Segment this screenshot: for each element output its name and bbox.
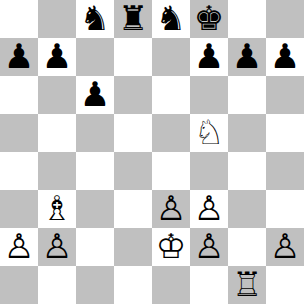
square-b4[interactable] — [38, 152, 76, 190]
black-knight-icon[interactable]: ♞ — [80, 0, 110, 37]
black-king-icon[interactable]: ♚ — [194, 0, 224, 37]
square-b3[interactable]: ♗ — [38, 190, 76, 228]
square-e1[interactable] — [152, 266, 190, 304]
square-b2[interactable]: ♙ — [38, 228, 76, 266]
square-c1[interactable] — [76, 266, 114, 304]
square-g3[interactable] — [228, 190, 266, 228]
square-f8[interactable]: ♚ — [190, 0, 228, 38]
square-a5[interactable] — [0, 114, 38, 152]
square-c2[interactable] — [76, 228, 114, 266]
square-f3[interactable]: ♙ — [190, 190, 228, 228]
chess-board: ♞♜♞♚♟♟♟♟♟♟♘♗♙♙♙♙♔♙♙♖ — [0, 0, 304, 304]
square-d4[interactable] — [114, 152, 152, 190]
square-b8[interactable] — [38, 0, 76, 38]
square-c6[interactable]: ♟ — [76, 76, 114, 114]
square-h3[interactable] — [266, 190, 304, 228]
square-h4[interactable] — [266, 152, 304, 190]
black-pawn-icon[interactable]: ♟ — [4, 37, 34, 75]
black-pawn-icon[interactable]: ♟ — [42, 37, 72, 75]
black-pawn-icon[interactable]: ♟ — [80, 75, 110, 113]
square-f6[interactable] — [190, 76, 228, 114]
square-a8[interactable] — [0, 0, 38, 38]
square-a7[interactable]: ♟ — [0, 38, 38, 76]
square-c8[interactable]: ♞ — [76, 0, 114, 38]
white-pawn-icon[interactable]: ♙ — [4, 227, 34, 265]
square-c7[interactable] — [76, 38, 114, 76]
square-g6[interactable] — [228, 76, 266, 114]
square-e8[interactable]: ♞ — [152, 0, 190, 38]
square-f2[interactable]: ♙ — [190, 228, 228, 266]
square-d5[interactable] — [114, 114, 152, 152]
square-d2[interactable] — [114, 228, 152, 266]
square-f1[interactable] — [190, 266, 228, 304]
square-b5[interactable] — [38, 114, 76, 152]
square-d3[interactable] — [114, 190, 152, 228]
black-pawn-icon[interactable]: ♟ — [232, 37, 262, 75]
black-pawn-icon[interactable]: ♟ — [194, 37, 224, 75]
square-e7[interactable] — [152, 38, 190, 76]
black-rook-icon[interactable]: ♜ — [118, 0, 148, 37]
square-d6[interactable] — [114, 76, 152, 114]
square-d8[interactable]: ♜ — [114, 0, 152, 38]
black-knight-icon[interactable]: ♞ — [156, 0, 186, 37]
white-bishop-icon[interactable]: ♗ — [42, 189, 72, 227]
square-h8[interactable] — [266, 0, 304, 38]
square-e3[interactable]: ♙ — [152, 190, 190, 228]
white-pawn-icon[interactable]: ♙ — [156, 189, 186, 227]
white-rook-icon[interactable]: ♖ — [232, 265, 262, 303]
white-pawn-icon[interactable]: ♙ — [194, 227, 224, 265]
square-c3[interactable] — [76, 190, 114, 228]
square-a3[interactable] — [0, 190, 38, 228]
square-g2[interactable] — [228, 228, 266, 266]
white-pawn-icon[interactable]: ♙ — [194, 189, 224, 227]
square-b7[interactable]: ♟ — [38, 38, 76, 76]
square-c5[interactable] — [76, 114, 114, 152]
square-a2[interactable]: ♙ — [0, 228, 38, 266]
square-h2[interactable]: ♙ — [266, 228, 304, 266]
square-h6[interactable] — [266, 76, 304, 114]
square-e2[interactable]: ♔ — [152, 228, 190, 266]
white-pawn-icon[interactable]: ♙ — [270, 227, 300, 265]
square-f4[interactable] — [190, 152, 228, 190]
white-knight-icon[interactable]: ♘ — [194, 113, 224, 151]
square-h7[interactable]: ♟ — [266, 38, 304, 76]
square-b1[interactable] — [38, 266, 76, 304]
square-g1[interactable]: ♖ — [228, 266, 266, 304]
square-c4[interactable] — [76, 152, 114, 190]
square-f5[interactable]: ♘ — [190, 114, 228, 152]
square-f7[interactable]: ♟ — [190, 38, 228, 76]
square-e4[interactable] — [152, 152, 190, 190]
black-pawn-icon[interactable]: ♟ — [270, 37, 300, 75]
square-a1[interactable] — [0, 266, 38, 304]
square-e5[interactable] — [152, 114, 190, 152]
square-h1[interactable] — [266, 266, 304, 304]
white-king-icon[interactable]: ♔ — [156, 227, 186, 265]
square-b6[interactable] — [38, 76, 76, 114]
square-a4[interactable] — [0, 152, 38, 190]
square-g4[interactable] — [228, 152, 266, 190]
square-g8[interactable] — [228, 0, 266, 38]
square-e6[interactable] — [152, 76, 190, 114]
square-g7[interactable]: ♟ — [228, 38, 266, 76]
square-d7[interactable] — [114, 38, 152, 76]
square-g5[interactable] — [228, 114, 266, 152]
square-a6[interactable] — [0, 76, 38, 114]
square-h5[interactable] — [266, 114, 304, 152]
white-pawn-icon[interactable]: ♙ — [42, 227, 72, 265]
square-d1[interactable] — [114, 266, 152, 304]
